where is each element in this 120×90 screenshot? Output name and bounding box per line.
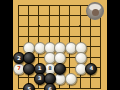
white-stone bbox=[65, 73, 77, 85]
black-stone-move-6: 6 bbox=[44, 83, 56, 90]
player-avatar-icon[interactable] bbox=[86, 2, 104, 20]
letterbox-right bbox=[107, 0, 120, 90]
letterbox-left bbox=[0, 0, 13, 90]
star-point bbox=[38, 25, 40, 27]
black-stone bbox=[54, 63, 66, 75]
black-stone-move-4: 4 bbox=[85, 63, 97, 75]
star-point bbox=[79, 25, 81, 27]
screenshot: 78214356 bbox=[0, 0, 120, 90]
black-stone-move-5: 5 bbox=[23, 83, 35, 90]
avatar-face bbox=[92, 9, 99, 16]
